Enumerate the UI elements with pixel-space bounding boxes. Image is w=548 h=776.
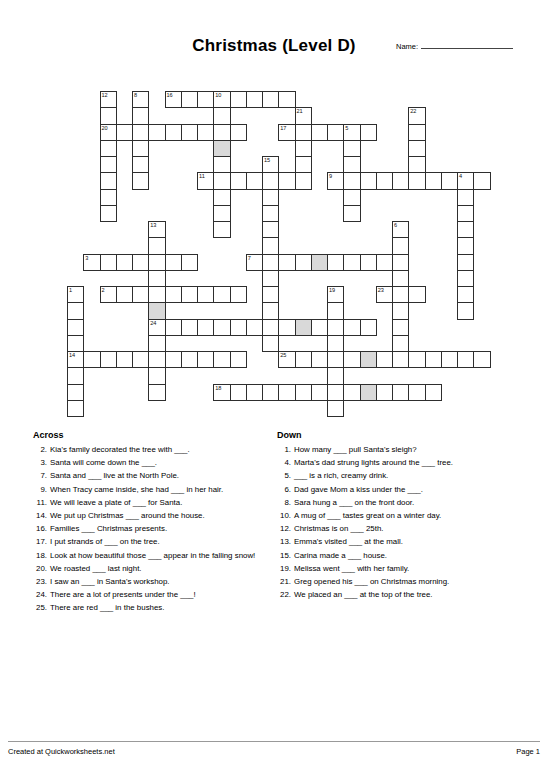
clue-item-number: 16. [33, 525, 47, 534]
answer-cell[interactable] [213, 221, 230, 238]
clue-item-text: Carina made a ___ house. [294, 552, 529, 561]
answer-cell[interactable] [343, 351, 360, 368]
answer-cell[interactable] [165, 319, 182, 336]
answer-cell[interactable] [148, 367, 165, 384]
answer-cell[interactable] [327, 124, 344, 141]
answer-cell[interactable] [116, 286, 133, 303]
answer-cell[interactable] [132, 254, 149, 271]
answer-cell[interactable] [100, 254, 117, 271]
answer-cell[interactable] [100, 189, 117, 206]
answer-cell[interactable] [343, 205, 360, 222]
footer-page-number: Page 1 [516, 747, 540, 756]
clue-number: 7 [248, 255, 251, 261]
clue-item-text: Christmas is on ___ 25th. [294, 525, 529, 534]
answer-cell[interactable] [262, 237, 279, 254]
answer-cell[interactable] [262, 270, 279, 287]
answer-cell[interactable] [311, 319, 328, 336]
answer-cell[interactable] [100, 156, 117, 173]
answer-cell[interactable] [213, 156, 230, 173]
answer-cell[interactable] [181, 124, 198, 141]
answer-cell[interactable]: 4 [457, 172, 474, 189]
answer-cell[interactable] [132, 124, 149, 141]
answer-cell[interactable] [278, 91, 295, 108]
clue-item-text: Emma's visited ___ at the mall. [294, 538, 529, 547]
answer-cell[interactable]: 13 [148, 221, 165, 238]
clue-number: 10 [215, 92, 221, 98]
clue-item-text: A mug of ___ tastes great on a winter da… [294, 512, 529, 521]
clue-number: 16 [167, 92, 173, 98]
clue-item-number: 11. [33, 499, 47, 508]
answer-cell[interactable] [246, 319, 263, 336]
answer-cell[interactable] [213, 351, 230, 368]
clue-item-text: Melissa went ___ with her family. [294, 565, 529, 574]
answer-cell[interactable] [343, 319, 360, 336]
shaded-space-cell [360, 384, 377, 401]
answer-cell[interactable]: 19 [327, 286, 344, 303]
answer-cell[interactable]: 3 [83, 254, 100, 271]
answer-cell[interactable] [230, 351, 247, 368]
answer-cell[interactable] [213, 172, 230, 189]
answer-cell[interactable] [116, 351, 133, 368]
across-clue-item: 7.Santa and ___ live at the North Pole. [33, 472, 271, 481]
across-heading: Across [33, 430, 271, 440]
clue-item-number: 13. [277, 538, 291, 547]
footer-rule [8, 741, 540, 742]
answer-cell[interactable] [327, 302, 344, 319]
answer-cell[interactable] [230, 384, 247, 401]
answer-cell[interactable] [148, 270, 165, 287]
answer-cell[interactable] [376, 351, 393, 368]
answer-cell[interactable]: 5 [343, 124, 360, 141]
shaded-space-cell [311, 254, 328, 271]
answer-cell[interactable] [343, 189, 360, 206]
answer-cell[interactable] [213, 124, 230, 141]
across-clue-item: 16.Families ___ Christmas presents. [33, 525, 271, 534]
clue-item-number: 2. [33, 446, 47, 455]
answer-cell[interactable] [262, 91, 279, 108]
answer-cell[interactable] [148, 286, 165, 303]
answer-cell[interactable] [425, 172, 442, 189]
down-clue-item: 21.Greg opened his ___ on Christmas morn… [277, 578, 529, 587]
answer-cell[interactable] [230, 319, 247, 336]
down-clue-list: 1.How many ___ pull Santa's sleigh?4.Mar… [277, 446, 529, 600]
answer-cell[interactable] [278, 384, 295, 401]
answer-cell[interactable] [262, 286, 279, 303]
answer-cell[interactable]: 1 [67, 286, 84, 303]
clue-item-number: 24. [33, 591, 47, 600]
answer-cell[interactable] [408, 140, 425, 157]
answer-cell[interactable]: 14 [67, 351, 84, 368]
answer-cell[interactable] [262, 319, 279, 336]
answer-cell[interactable]: 20 [100, 124, 117, 141]
answer-cell[interactable] [278, 319, 295, 336]
across-clue-item: 3.Santa will come down the ___. [33, 459, 271, 468]
clue-item-text: Kia's family decorated the tree with ___… [50, 446, 271, 455]
clue-number: 5 [345, 125, 348, 131]
answer-cell[interactable] [392, 172, 409, 189]
down-clue-item: 8.Sara hung a ___ on the front door. [277, 499, 529, 508]
clue-number: 23 [378, 287, 384, 293]
answer-cell[interactable] [295, 140, 312, 157]
clue-item-number: 5. [277, 472, 291, 481]
answer-cell[interactable] [278, 254, 295, 271]
across-clue-item: 18.Look at how beautiful those ___ appea… [33, 552, 271, 561]
answer-cell[interactable]: 15 [262, 156, 279, 173]
clue-item-text: There are a lot of presents under the __… [50, 591, 271, 600]
answer-cell[interactable] [148, 335, 165, 352]
answer-cell[interactable] [457, 254, 474, 271]
clue-item-text: I saw an ___ in Santa's workshop. [50, 578, 271, 587]
clue-number: 24 [150, 320, 156, 326]
answer-cell[interactable] [165, 254, 182, 271]
across-clue-item: 9.When Tracy came inside, she had ___ in… [33, 486, 271, 495]
clue-item-text: We placed an ___ at the top of the tree. [294, 591, 529, 600]
answer-cell[interactable] [343, 172, 360, 189]
clue-item-number: 3. [33, 459, 47, 468]
answer-cell[interactable] [262, 172, 279, 189]
answer-cell[interactable] [148, 351, 165, 368]
answer-cell[interactable] [392, 319, 409, 336]
down-clue-item: 22.We placed an ___ at the top of the tr… [277, 591, 529, 600]
answer-cell[interactable]: 25 [278, 351, 295, 368]
shaded-space-cell [360, 351, 377, 368]
answer-cell[interactable] [181, 91, 198, 108]
across-clue-item: 17.I put strands of ___ on the tree. [33, 538, 271, 547]
answer-cell[interactable] [425, 384, 442, 401]
clue-item-number: 14. [33, 512, 47, 521]
answer-cell[interactable] [311, 124, 328, 141]
answer-cell[interactable] [295, 172, 312, 189]
clue-item-number: 10. [277, 512, 291, 521]
answer-cell[interactable] [376, 254, 393, 271]
answer-cell[interactable] [213, 205, 230, 222]
across-clue-item: 25.There are red ___ in the bushes. [33, 604, 271, 613]
shaded-space-cell [295, 319, 312, 336]
answer-cell[interactable] [262, 254, 279, 271]
answer-cell[interactable] [67, 319, 84, 336]
answer-cell[interactable]: 17 [278, 124, 295, 141]
clue-item-text: Marta's dad strung lights around the ___… [294, 459, 529, 468]
answer-cell[interactable] [376, 172, 393, 189]
clue-item-text: We roasted ___ last night. [50, 565, 271, 574]
answer-cell[interactable] [457, 237, 474, 254]
worksheet-page: Christmas (Level D) Name: 12816102122201… [0, 0, 548, 776]
clue-item-text: Dad gave Mom a kiss under the ___. [294, 486, 529, 495]
answer-cell[interactable] [392, 270, 409, 287]
answer-cell[interactable] [457, 189, 474, 206]
answer-cell[interactable] [360, 254, 377, 271]
answer-cell[interactable] [441, 351, 458, 368]
down-clue-item: 4.Marta's dad strung lights around the _… [277, 459, 529, 468]
answer-cell[interactable] [100, 140, 117, 157]
answer-cell[interactable]: 18 [213, 384, 230, 401]
answer-cell[interactable] [132, 172, 149, 189]
answer-cell[interactable] [295, 351, 312, 368]
answer-cell[interactable] [100, 107, 117, 124]
answer-cell[interactable] [327, 367, 344, 384]
answer-cell[interactable] [327, 254, 344, 271]
clue-item-number: 21. [277, 578, 291, 587]
answer-cell[interactable]: 16 [165, 91, 182, 108]
answer-cell[interactable] [457, 221, 474, 238]
answer-cell[interactable] [83, 351, 100, 368]
answer-cell[interactable] [181, 254, 198, 271]
answer-cell[interactable] [262, 221, 279, 238]
answer-cell[interactable] [376, 384, 393, 401]
answer-cell[interactable] [457, 302, 474, 319]
clue-number: 20 [102, 125, 108, 131]
clue-number: 3 [85, 255, 88, 261]
answer-cell[interactable] [392, 384, 409, 401]
clue-number: 8 [134, 92, 137, 98]
answer-cell[interactable] [311, 351, 328, 368]
answer-cell[interactable] [360, 319, 377, 336]
clue-item-number: 20. [33, 565, 47, 574]
answer-cell[interactable] [327, 335, 344, 352]
answer-cell[interactable] [262, 205, 279, 222]
answer-cell[interactable]: 23 [376, 286, 393, 303]
down-heading: Down [277, 430, 529, 440]
answer-cell[interactable] [295, 254, 312, 271]
answer-cell[interactable] [392, 335, 409, 352]
answer-cell[interactable] [116, 124, 133, 141]
clue-number: 22 [410, 108, 416, 114]
answer-cell[interactable] [148, 237, 165, 254]
clue-item-number: 9. [33, 486, 47, 495]
clue-item-number: 6. [277, 486, 291, 495]
answer-cell[interactable] [392, 351, 409, 368]
answer-cell[interactable] [392, 286, 409, 303]
clue-number: 17 [280, 125, 286, 131]
answer-cell[interactable] [457, 205, 474, 222]
answer-cell[interactable] [262, 302, 279, 319]
answer-cell[interactable] [181, 351, 198, 368]
answer-cell[interactable] [473, 351, 490, 368]
clue-number: 14 [69, 352, 75, 358]
answer-cell[interactable] [165, 124, 182, 141]
answer-cell[interactable] [262, 189, 279, 206]
answer-cell[interactable] [213, 286, 230, 303]
down-clue-item: 12.Christmas is on ___ 25th. [277, 525, 529, 534]
clue-item-number: 22. [277, 591, 291, 600]
answer-cell[interactable] [165, 351, 182, 368]
answer-cell[interactable] [197, 286, 214, 303]
answer-cell[interactable]: 24 [148, 319, 165, 336]
answer-cell[interactable] [100, 172, 117, 189]
clue-number: 11 [199, 173, 205, 179]
clue-item-text: How many ___ pull Santa's sleigh? [294, 446, 529, 455]
answer-cell[interactable] [181, 319, 198, 336]
answer-cell[interactable]: 9 [327, 172, 344, 189]
answer-cell[interactable] [67, 335, 84, 352]
clue-number: 19 [329, 287, 335, 293]
answer-cell[interactable] [425, 351, 442, 368]
clue-number: 21 [297, 108, 303, 114]
answer-cell[interactable] [230, 286, 247, 303]
clue-item-number: 8. [277, 499, 291, 508]
shaded-space-cell [148, 302, 165, 319]
answer-cell[interactable] [132, 107, 149, 124]
answer-cell[interactable] [262, 335, 279, 352]
answer-cell[interactable] [67, 400, 84, 417]
answer-cell[interactable] [246, 172, 263, 189]
answer-cell[interactable] [100, 351, 117, 368]
answer-cell[interactable]: 11 [197, 172, 214, 189]
answer-cell[interactable] [457, 286, 474, 303]
answer-cell[interactable] [343, 156, 360, 173]
name-field: Name: [396, 40, 513, 51]
answer-cell[interactable] [473, 172, 490, 189]
answer-cell[interactable] [457, 270, 474, 287]
answer-cell[interactable] [67, 367, 84, 384]
answer-cell[interactable]: 7 [246, 254, 263, 271]
clue-item-number: 25. [33, 604, 47, 613]
answer-cell[interactable] [165, 286, 182, 303]
answer-cell[interactable] [408, 156, 425, 173]
down-clue-item: 13.Emma's visited ___ at the mall. [277, 538, 529, 547]
down-clues: Down 1.How many ___ pull Santa's sleigh?… [277, 430, 529, 604]
answer-cell[interactable]: 10 [213, 91, 230, 108]
answer-cell[interactable]: 21 [295, 107, 312, 124]
answer-cell[interactable] [408, 286, 425, 303]
answer-cell[interactable] [132, 286, 149, 303]
across-clue-item: 24.There are a lot of presents under the… [33, 591, 271, 600]
clue-item-number: 15. [277, 552, 291, 561]
answer-cell[interactable] [295, 384, 312, 401]
answer-cell[interactable] [132, 351, 149, 368]
down-clue-item: 6.Dad gave Mom a kiss under the ___. [277, 486, 529, 495]
answer-cell[interactable] [197, 91, 214, 108]
answer-cell[interactable] [343, 140, 360, 157]
across-clue-item: 20.We roasted ___ last night. [33, 565, 271, 574]
answer-cell[interactable] [392, 254, 409, 271]
answer-cell[interactable] [295, 156, 312, 173]
down-clue-item: 5.___ is a rich, creamy drink. [277, 472, 529, 481]
answer-cell[interactable] [262, 384, 279, 401]
answer-cell[interactable] [327, 319, 344, 336]
clue-item-number: 17. [33, 538, 47, 547]
clue-item-text: Santa and ___ live at the North Pole. [50, 472, 271, 481]
answer-cell[interactable] [148, 384, 165, 401]
answer-cell[interactable] [392, 237, 409, 254]
answer-cell[interactable] [343, 254, 360, 271]
answer-cell[interactable] [132, 140, 149, 157]
answer-cell[interactable] [197, 351, 214, 368]
answer-cell[interactable] [181, 286, 198, 303]
answer-cell[interactable] [360, 172, 377, 189]
answer-cell[interactable] [197, 124, 214, 141]
answer-cell[interactable]: 22 [408, 107, 425, 124]
down-clue-item: 10.A mug of ___ tastes great on a winter… [277, 512, 529, 521]
crossword-grid: 1281610212220175151194136371219232414251… [67, 91, 491, 417]
across-clue-item: 14.We put up Christmas ___ around the ho… [33, 512, 271, 521]
clue-number: 12 [102, 92, 108, 98]
answer-cell[interactable] [213, 189, 230, 206]
across-clue-item: 11.We will leave a plate of ___ for Sant… [33, 499, 271, 508]
clue-item-number: 23. [33, 578, 47, 587]
clue-item-number: 19. [277, 565, 291, 574]
answer-cell[interactable] [327, 384, 344, 401]
clue-number: 9 [329, 173, 332, 179]
answer-cell[interactable] [343, 384, 360, 401]
clue-number: 4 [459, 173, 462, 179]
answer-cell[interactable] [408, 384, 425, 401]
answer-cell[interactable] [67, 302, 84, 319]
answer-cell[interactable] [408, 172, 425, 189]
answer-cell[interactable] [213, 107, 230, 124]
name-input-line[interactable] [421, 40, 513, 49]
answer-cell[interactable] [148, 254, 165, 271]
answer-cell[interactable] [116, 254, 133, 271]
answer-cell[interactable] [246, 384, 263, 401]
answer-cell[interactable] [230, 91, 247, 108]
answer-cell[interactable] [327, 400, 344, 417]
answer-cell[interactable]: 2 [100, 286, 117, 303]
answer-cell[interactable]: 12 [100, 91, 117, 108]
clue-item-text: Sara hung a ___ on the front door. [294, 499, 529, 508]
answer-cell[interactable] [67, 384, 84, 401]
answer-cell[interactable]: 8 [132, 91, 149, 108]
clue-item-text: Look at how beautiful those ___ appear i… [50, 552, 271, 561]
answer-cell[interactable] [392, 302, 409, 319]
answer-cell[interactable] [360, 124, 377, 141]
across-clue-item: 23.I saw an ___ in Santa's workshop. [33, 578, 271, 587]
answer-cell[interactable] [311, 384, 328, 401]
answer-cell[interactable] [132, 156, 149, 173]
answer-cell[interactable] [441, 172, 458, 189]
answer-cell[interactable] [246, 91, 263, 108]
answer-cell[interactable] [213, 319, 230, 336]
clue-item-text: Santa will come down the ___. [50, 459, 271, 468]
answer-cell[interactable]: 6 [392, 221, 409, 238]
clue-number: 13 [150, 222, 156, 228]
name-label: Name: [396, 42, 418, 51]
clue-number: 25 [280, 352, 286, 358]
across-clue-list: 2.Kia's family decorated the tree with _… [33, 446, 271, 613]
clue-item-text: Greg opened his ___ on Christmas morning… [294, 578, 529, 587]
down-clue-item: 1.How many ___ pull Santa's sleigh? [277, 446, 529, 455]
shaded-space-cell [213, 140, 230, 157]
clue-item-number: 12. [277, 525, 291, 534]
answer-cell[interactable] [408, 124, 425, 141]
down-clue-item: 19.Melissa went ___ with her family. [277, 565, 529, 574]
across-clue-item: 2.Kia's family decorated the tree with _… [33, 446, 271, 455]
clue-item-number: 4. [277, 459, 291, 468]
answer-cell[interactable] [295, 124, 312, 141]
answer-cell[interactable] [100, 205, 117, 222]
answer-cell[interactable] [148, 124, 165, 141]
clue-item-text: Families ___ Christmas presents. [50, 525, 271, 534]
clue-item-text: We will leave a plate of ___ for Santa. [50, 499, 271, 508]
clue-item-text: I put strands of ___ on the tree. [50, 538, 271, 547]
answer-cell[interactable] [230, 172, 247, 189]
clue-number: 15 [264, 157, 270, 163]
answer-cell[interactable] [197, 319, 214, 336]
clue-item-text: There are red ___ in the bushes. [50, 604, 271, 613]
answer-cell[interactable] [327, 351, 344, 368]
clue-number: 6 [394, 222, 397, 228]
answer-cell[interactable] [278, 172, 295, 189]
across-clues: Across 2.Kia's family decorated the tree… [33, 430, 271, 617]
clue-item-number: 7. [33, 472, 47, 481]
clue-number: 1 [69, 287, 72, 293]
clue-number: 2 [102, 287, 105, 293]
clue-item-text: ___ is a rich, creamy drink. [294, 472, 529, 481]
answer-cell[interactable] [457, 351, 474, 368]
clue-item-text: When Tracy came inside, she had ___ in h… [50, 486, 271, 495]
answer-cell[interactable] [408, 351, 425, 368]
answer-cell[interactable] [230, 124, 247, 141]
